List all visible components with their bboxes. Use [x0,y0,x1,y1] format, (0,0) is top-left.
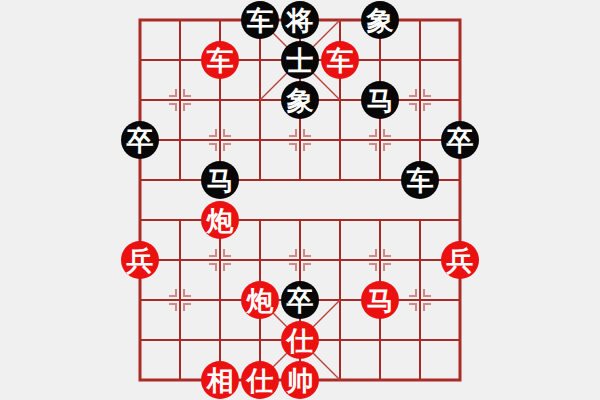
piece-red-cannon[interactable]: 炮 [201,201,239,239]
piece-red-advisor[interactable]: 仕 [241,361,279,399]
piece-black-elephant[interactable]: 象 [281,81,319,119]
piece-red-general[interactable]: 帅 [281,361,319,399]
pieces-layer: 车将象车士车象马卒卒马车炮兵兵炮卒马仕相仕帅 [120,0,480,400]
piece-black-elephant[interactable]: 象 [361,1,399,39]
piece-black-chariot[interactable]: 车 [241,1,279,39]
piece-black-soldier[interactable]: 卒 [441,121,479,159]
piece-black-horse[interactable]: 马 [201,161,239,199]
xiangqi-board: 车将象车士车象马卒卒马车炮兵兵炮卒马仕相仕帅 [0,0,600,400]
piece-red-chariot[interactable]: 车 [321,41,359,79]
piece-red-cannon[interactable]: 炮 [241,281,279,319]
piece-black-soldier[interactable]: 卒 [281,281,319,319]
piece-red-chariot[interactable]: 车 [201,41,239,79]
piece-red-soldier[interactable]: 兵 [121,241,159,279]
piece-red-advisor[interactable]: 仕 [281,321,319,359]
piece-black-advisor[interactable]: 士 [281,41,319,79]
piece-black-soldier[interactable]: 卒 [121,121,159,159]
piece-black-general[interactable]: 将 [281,1,319,39]
piece-black-horse[interactable]: 马 [361,81,399,119]
piece-black-chariot[interactable]: 车 [401,161,439,199]
piece-red-soldier[interactable]: 兵 [441,241,479,279]
piece-red-elephant[interactable]: 相 [201,361,239,399]
piece-red-horse[interactable]: 马 [361,281,399,319]
